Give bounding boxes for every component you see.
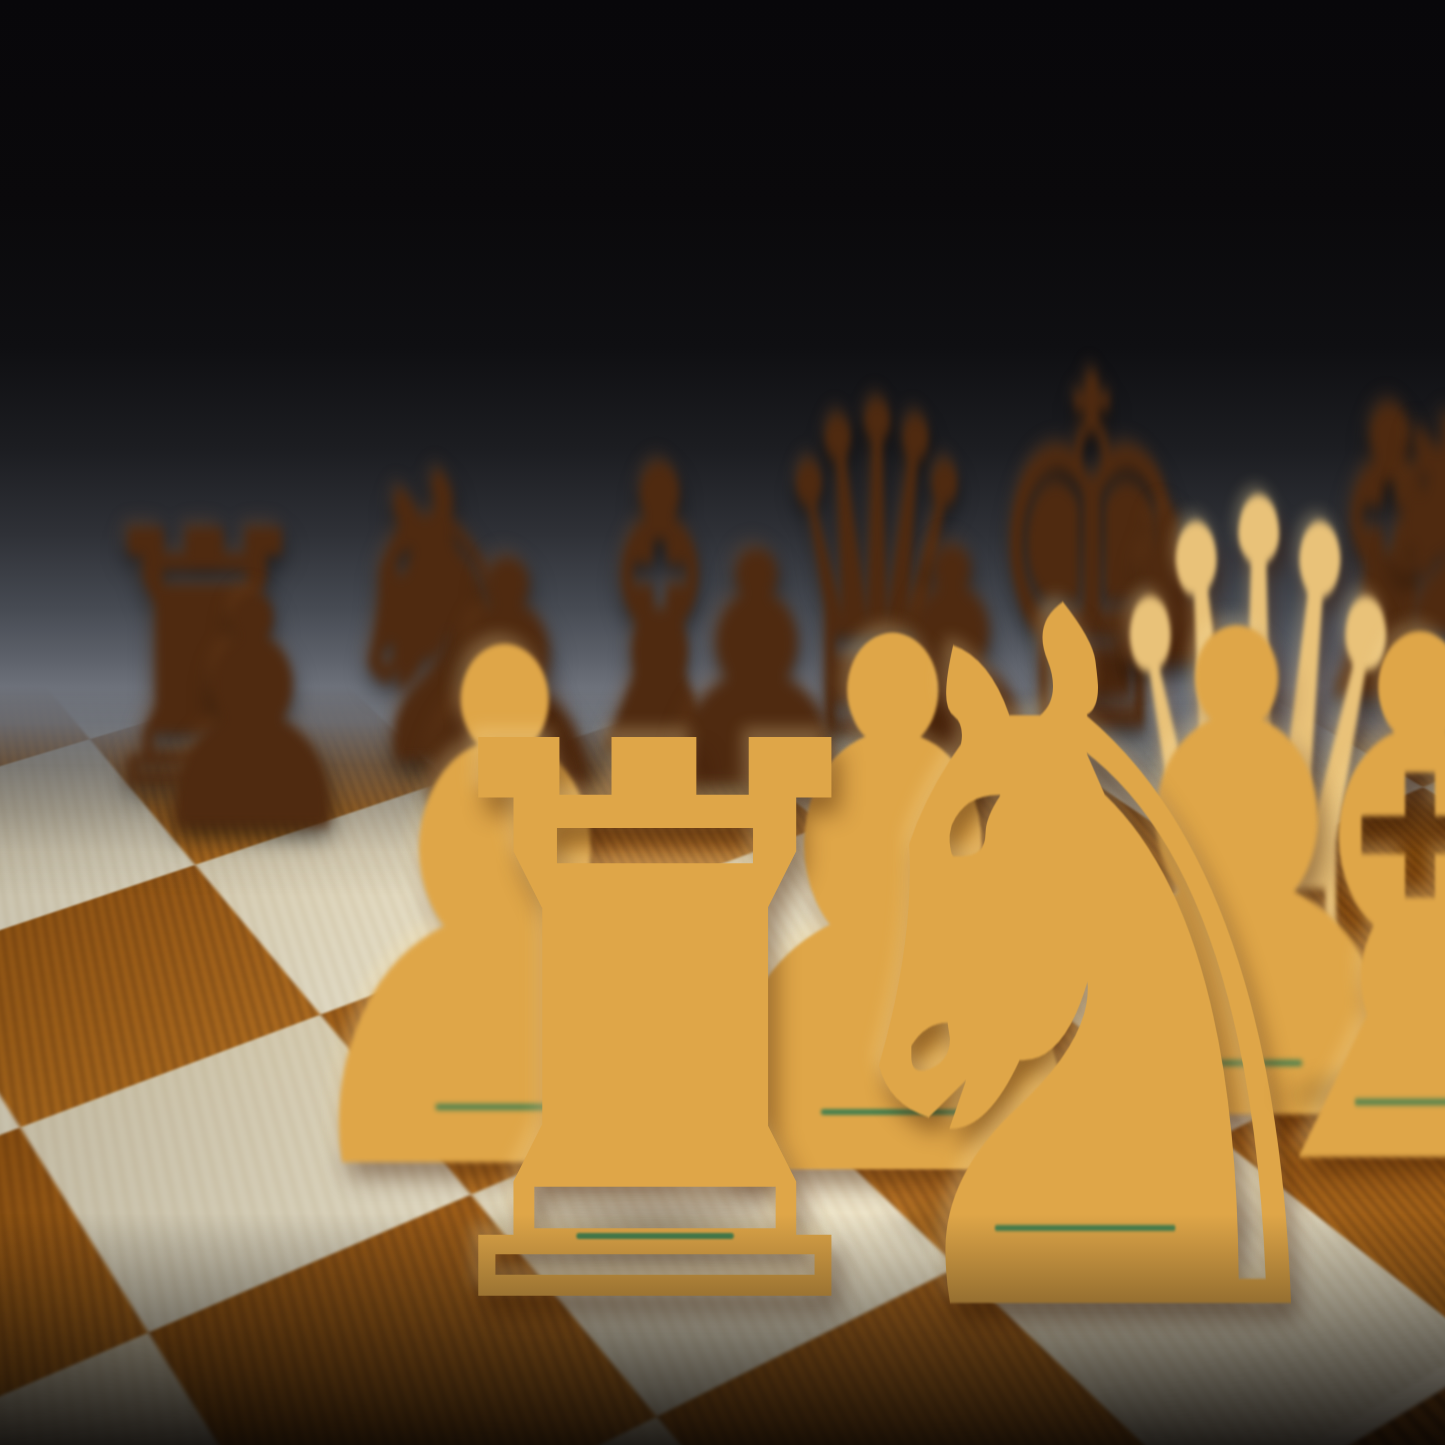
chess-photo-scene: ♟♜♟♞♟♝♛♜♟♞♟♝♟♛♟♚♟♝♞: [0, 0, 1445, 1445]
white-bishop-c1[interactable]: ♝: [1188, 548, 1445, 1268]
